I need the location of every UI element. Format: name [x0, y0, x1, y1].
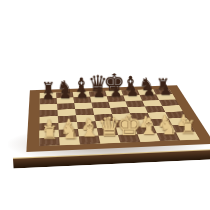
black-rook: ♜: [156, 77, 170, 92]
square-e3: [114, 120, 135, 128]
chess-board: ♜♞♝♛♚♝♞♜♟♟♟♟♟♟♟♟♟♟♟♟♟♟♟♟♜♞♝♛♚♝♞♜: [26, 85, 210, 152]
black-bishop: ♝: [122, 74, 139, 93]
black-bishop: ♝: [73, 76, 90, 95]
square-a1: ♜: [39, 137, 59, 146]
square-f4: [130, 113, 151, 120]
square-d1: ♛: [99, 135, 121, 144]
board-grid: ♜♞♝♛♚♝♞♜♟♟♟♟♟♟♟♟♟♟♟♟♟♟♟♟♜♞♝♛♚♝♞♜: [26, 85, 210, 152]
square-b1: ♞: [59, 137, 80, 146]
black-rook: ♜: [41, 80, 55, 96]
black-knight: ♞: [139, 76, 154, 93]
square-e4: [112, 113, 132, 120]
chess-set-photo: ♜♞♝♛♚♝♞♜♟♟♟♟♟♟♟♟♟♟♟♟♟♟♟♟♜♞♝♛♚♝♞♜: [0, 0, 210, 210]
black-knight: ♞: [57, 78, 73, 95]
square-c1: ♝: [79, 136, 100, 145]
square-h1: ♜: [176, 132, 200, 140]
square-c2: ♟: [78, 128, 99, 136]
